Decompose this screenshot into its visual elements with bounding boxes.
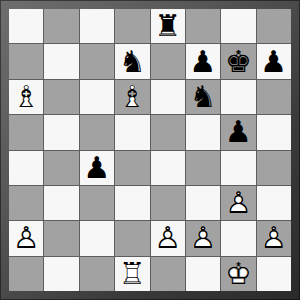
square-b7[interactable] — [44, 44, 78, 78]
square-a7[interactable] — [9, 44, 43, 78]
square-f7[interactable]: ♟ — [186, 44, 220, 78]
square-a3[interactable] — [9, 186, 43, 220]
square-b2[interactable] — [44, 221, 78, 255]
square-f8[interactable] — [186, 9, 220, 43]
square-g5[interactable]: ♟ — [221, 115, 255, 149]
square-d4[interactable] — [115, 151, 149, 185]
square-h3[interactable] — [257, 186, 291, 220]
square-g7[interactable]: ♚ — [221, 44, 255, 78]
square-c1[interactable] — [80, 257, 114, 291]
piece-black-pawn-f7: ♟ — [190, 47, 217, 77]
square-f6[interactable]: ♞ — [186, 80, 220, 114]
piece-white-pawn-g3: ♟♙ — [225, 188, 252, 218]
square-f2[interactable]: ♟♙ — [186, 221, 220, 255]
piece-black-knight-d7: ♞ — [119, 47, 146, 77]
square-f3[interactable] — [186, 186, 220, 220]
square-g2[interactable] — [221, 221, 255, 255]
square-c7[interactable] — [80, 44, 114, 78]
square-c6[interactable] — [80, 80, 114, 114]
square-d8[interactable] — [115, 9, 149, 43]
square-d3[interactable] — [115, 186, 149, 220]
square-g8[interactable] — [221, 9, 255, 43]
square-c3[interactable] — [80, 186, 114, 220]
square-g4[interactable] — [221, 151, 255, 185]
square-h4[interactable] — [257, 151, 291, 185]
square-c5[interactable] — [80, 115, 114, 149]
square-d6[interactable]: ♝♗ — [115, 80, 149, 114]
square-h1[interactable] — [257, 257, 291, 291]
piece-black-rook-e8: ♜ — [154, 11, 181, 41]
piece-white-bishop-a6: ♝♗ — [13, 82, 40, 112]
square-d7[interactable]: ♞ — [115, 44, 149, 78]
square-g6[interactable] — [221, 80, 255, 114]
piece-black-king-g7: ♚ — [225, 47, 252, 77]
piece-black-pawn-c4: ♟ — [83, 153, 110, 183]
square-h8[interactable] — [257, 9, 291, 43]
chess-board: ♜♞♟♚♟♝♗♝♗♞♟♟♟♙♟♙♟♙♟♙♟♙♜♖♚♔ — [9, 9, 291, 291]
square-a5[interactable] — [9, 115, 43, 149]
square-b6[interactable] — [44, 80, 78, 114]
square-e8[interactable]: ♜ — [151, 9, 185, 43]
square-h5[interactable] — [257, 115, 291, 149]
square-e5[interactable] — [151, 115, 185, 149]
square-c8[interactable] — [80, 9, 114, 43]
square-b5[interactable] — [44, 115, 78, 149]
square-f4[interactable] — [186, 151, 220, 185]
square-b3[interactable] — [44, 186, 78, 220]
square-d5[interactable] — [115, 115, 149, 149]
square-e7[interactable] — [151, 44, 185, 78]
square-a6[interactable]: ♝♗ — [9, 80, 43, 114]
piece-white-pawn-h2: ♟♙ — [260, 223, 287, 253]
piece-black-pawn-g5: ♟ — [225, 117, 252, 147]
square-g3[interactable]: ♟♙ — [221, 186, 255, 220]
square-c2[interactable] — [80, 221, 114, 255]
square-e1[interactable] — [151, 257, 185, 291]
square-e6[interactable] — [151, 80, 185, 114]
board-frame: ♜♞♟♚♟♝♗♝♗♞♟♟♟♙♟♙♟♙♟♙♟♙♜♖♚♔ — [0, 0, 300, 300]
square-a8[interactable] — [9, 9, 43, 43]
square-f1[interactable] — [186, 257, 220, 291]
square-h2[interactable]: ♟♙ — [257, 221, 291, 255]
square-e2[interactable]: ♟♙ — [151, 221, 185, 255]
piece-white-rook-d1: ♜♖ — [119, 259, 146, 289]
square-e4[interactable] — [151, 151, 185, 185]
square-a4[interactable] — [9, 151, 43, 185]
piece-black-knight-f6: ♞ — [190, 82, 217, 112]
square-a2[interactable]: ♟♙ — [9, 221, 43, 255]
piece-white-king-g1: ♚♔ — [225, 259, 252, 289]
square-f5[interactable] — [186, 115, 220, 149]
square-b8[interactable] — [44, 9, 78, 43]
square-d1[interactable]: ♜♖ — [115, 257, 149, 291]
piece-black-pawn-h7: ♟ — [260, 47, 287, 77]
piece-white-pawn-e2: ♟♙ — [154, 223, 181, 253]
square-c4[interactable]: ♟ — [80, 151, 114, 185]
square-e3[interactable] — [151, 186, 185, 220]
piece-white-pawn-a2: ♟♙ — [13, 223, 40, 253]
square-h6[interactable] — [257, 80, 291, 114]
piece-white-pawn-f2: ♟♙ — [190, 223, 217, 253]
square-d2[interactable] — [115, 221, 149, 255]
square-b4[interactable] — [44, 151, 78, 185]
piece-white-bishop-d6: ♝♗ — [119, 82, 146, 112]
square-g1[interactable]: ♚♔ — [221, 257, 255, 291]
square-h7[interactable]: ♟ — [257, 44, 291, 78]
square-a1[interactable] — [9, 257, 43, 291]
square-b1[interactable] — [44, 257, 78, 291]
